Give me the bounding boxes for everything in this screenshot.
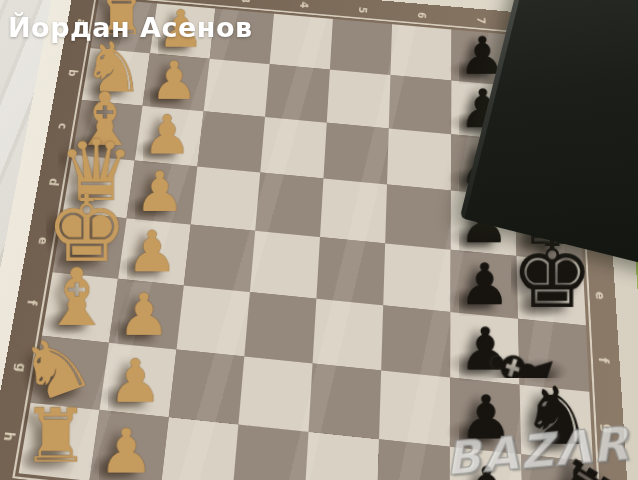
square-h1: ♜ bbox=[19, 403, 100, 480]
piece-shadow bbox=[65, 130, 125, 157]
square-g2: ♟ bbox=[99, 343, 176, 418]
square-e2: ♟ bbox=[118, 218, 191, 285]
file-label: h bbox=[0, 430, 17, 441]
file-label: e bbox=[592, 290, 607, 299]
square-e6 bbox=[383, 243, 450, 312]
square-f4 bbox=[244, 292, 316, 363]
rank-label: 3 bbox=[239, 0, 252, 4]
piece-white-pawn-g2: ♟ bbox=[108, 352, 162, 409]
square-c5 bbox=[323, 123, 388, 185]
square-a6 bbox=[390, 24, 451, 80]
square-e5 bbox=[316, 237, 385, 305]
square-b1: ♞ bbox=[82, 48, 150, 106]
piece-white-pawn-e2: ♟ bbox=[126, 224, 177, 278]
piece-white-pawn-h2: ♟ bbox=[98, 422, 153, 480]
square-f3 bbox=[176, 285, 249, 356]
square-h5 bbox=[304, 432, 379, 480]
square-b4 bbox=[265, 64, 330, 123]
square-g4 bbox=[238, 356, 312, 431]
file-label: c bbox=[56, 122, 70, 129]
square-h4 bbox=[232, 425, 308, 480]
piece-black-pawn-e7: ♟ bbox=[458, 257, 510, 312]
square-e3 bbox=[184, 224, 255, 292]
square-a4 bbox=[270, 14, 333, 70]
square-e8: ♚ bbox=[517, 256, 586, 325]
square-b3 bbox=[204, 59, 270, 117]
rank-label: 4 bbox=[298, 1, 311, 8]
square-g3 bbox=[169, 350, 245, 425]
piece-shadow bbox=[127, 136, 187, 163]
piece-shadow bbox=[74, 77, 133, 103]
piece-white-bishop-c1: ♝ bbox=[72, 85, 138, 155]
piece-white-pawn-d2: ♟ bbox=[134, 165, 184, 218]
rank-label-top-4: 4 bbox=[274, 0, 334, 19]
square-e4 bbox=[250, 231, 320, 299]
piece-white-pawn-c2: ♟ bbox=[142, 109, 191, 160]
square-d6 bbox=[385, 184, 451, 249]
square-d5 bbox=[320, 178, 387, 243]
file-label: f bbox=[596, 356, 611, 363]
file-label: b bbox=[65, 68, 79, 76]
rank-label: 7 bbox=[475, 17, 488, 24]
square-b5 bbox=[327, 70, 391, 129]
watermark-text: Йордан Асенов bbox=[8, 12, 253, 43]
file-label-left-b: b bbox=[54, 46, 91, 101]
square-h6 bbox=[377, 439, 450, 480]
square-c6 bbox=[387, 128, 451, 190]
square-b2: ♟ bbox=[143, 53, 210, 111]
rank-label-top-7: 7 bbox=[452, 7, 512, 35]
piece-shadow bbox=[444, 58, 500, 83]
square-c1: ♝ bbox=[72, 100, 142, 161]
rank-label: 5 bbox=[356, 6, 369, 13]
rank-label: 6 bbox=[416, 12, 429, 19]
square-f2: ♟ bbox=[109, 279, 184, 350]
piece-white-rook-h1: ♜ bbox=[22, 402, 89, 473]
rank-label-top-2: 2 bbox=[157, 0, 218, 9]
square-a5 bbox=[330, 19, 392, 75]
square-c3 bbox=[197, 111, 265, 172]
square-f6 bbox=[381, 305, 450, 377]
piece-white-pawn-b2: ♟ bbox=[150, 55, 197, 105]
piece-white-pawn-f2: ♟ bbox=[117, 287, 169, 342]
piece-shadow bbox=[135, 82, 194, 108]
square-f5 bbox=[313, 299, 384, 371]
piece-white-knight-b1: ♞ bbox=[82, 34, 144, 100]
square-h2: ♟ bbox=[89, 410, 168, 480]
file-label-left-c: c bbox=[44, 97, 82, 154]
square-d4 bbox=[255, 172, 323, 237]
square-d3 bbox=[191, 167, 261, 231]
square-c2: ♟ bbox=[135, 106, 204, 167]
square-d2: ♟ bbox=[127, 161, 198, 225]
square-h3 bbox=[161, 417, 239, 480]
square-g5 bbox=[309, 363, 382, 439]
square-e7: ♟ bbox=[450, 250, 518, 319]
rank-label-top-5: 5 bbox=[333, 0, 393, 24]
file-label: f bbox=[24, 299, 39, 306]
rank-label-top-6: 6 bbox=[392, 1, 452, 29]
square-b6 bbox=[389, 75, 452, 134]
square-c4 bbox=[260, 117, 327, 178]
rank-label-top-1: 1 bbox=[99, 0, 160, 3]
square-g6 bbox=[379, 370, 450, 446]
photo-canvas: 1122334455667788aabbccddeeffgghh♜♟♟♜♞♟♟♞… bbox=[0, 0, 638, 480]
